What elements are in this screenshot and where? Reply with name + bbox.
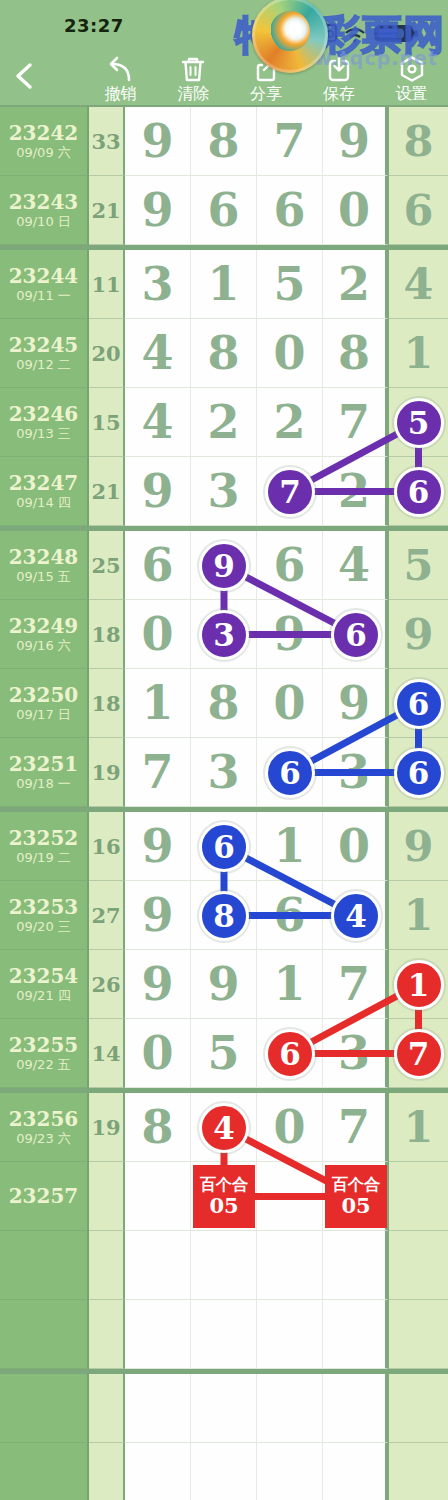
- save-label: 保存: [323, 85, 355, 103]
- mark-circle[interactable]: 4: [331, 891, 381, 941]
- issue-cell: [0, 1374, 89, 1443]
- mark-circle[interactable]: 6: [394, 679, 444, 729]
- table-row: 2324709/14 四21932: [0, 457, 448, 526]
- issue-cell: [0, 1231, 89, 1300]
- mark-circle[interactable]: 4: [199, 1103, 249, 1153]
- digit-cell-d1[interactable]: 9: [125, 457, 191, 526]
- digit-cell-d1[interactable]: 9: [125, 176, 191, 245]
- settings-label: 设置: [396, 85, 428, 103]
- table-row: 2324309/10 日2196606: [0, 176, 448, 245]
- issue-number: 23249: [9, 616, 79, 637]
- digit-cell-d4[interactable]: 7: [323, 388, 389, 457]
- sum-cell: 21: [89, 457, 125, 526]
- issue-cell: 2325209/19 二: [0, 812, 89, 881]
- issue-cell: 23257: [0, 1162, 89, 1231]
- undo-button[interactable]: 撤销: [104, 55, 136, 103]
- table-row: 2325509/22 五14053: [0, 1019, 448, 1088]
- annotation-label: 百个合: [332, 1176, 380, 1194]
- issue-cell: 2324209/09 六: [0, 107, 89, 176]
- issue-number: 23256: [9, 1109, 79, 1130]
- sum-cell: 27: [89, 881, 125, 950]
- table-row: 2324409/11 一1131524: [0, 250, 448, 319]
- draw-date: 09/10 日: [16, 215, 71, 229]
- digit-cell-d1[interactable]: 9: [125, 812, 191, 881]
- draw-date: 09/17 日: [16, 708, 71, 722]
- mark-circle[interactable]: 6: [199, 822, 249, 872]
- mark-circle[interactable]: 6: [394, 748, 444, 798]
- table-row: 2325109/18 一19733: [0, 738, 448, 807]
- mark-circle[interactable]: 8: [199, 891, 249, 941]
- digit-cell-d2[interactable]: 8: [191, 319, 257, 388]
- digit-cell-d3[interactable]: [257, 1162, 323, 1231]
- sum-cell: [89, 1374, 125, 1443]
- issue-cell: 2325009/17 日: [0, 669, 89, 738]
- battery-icon: [374, 25, 418, 42]
- mark-circle[interactable]: 9: [199, 541, 249, 591]
- digit-cell-d1[interactable]: 4: [125, 319, 191, 388]
- digit-cell-d2[interactable]: 3: [191, 457, 257, 526]
- issue-cell: [0, 1300, 89, 1369]
- digit-cell-last[interactable]: [389, 1162, 448, 1231]
- draw-date: 09/15 五: [16, 570, 71, 584]
- digit-cell-last[interactable]: [389, 1300, 448, 1369]
- digit-cell-d1[interactable]: 6: [125, 531, 191, 600]
- clear-label: 清除: [177, 85, 209, 103]
- issue-number: 23251: [9, 754, 79, 775]
- share-icon: [251, 55, 281, 83]
- draw-date: 09/21 四: [16, 989, 71, 1003]
- wifi-dot: [353, 39, 356, 42]
- save-button[interactable]: 保存: [323, 55, 355, 103]
- table-row: 2324209/09 六3398798: [0, 107, 448, 176]
- sum-cell: 19: [89, 738, 125, 807]
- mark-circle[interactable]: 1: [394, 960, 444, 1010]
- mark-circle[interactable]: 6: [394, 467, 444, 517]
- digit-cell-d3[interactable]: 5: [257, 250, 323, 319]
- draw-date: 09/20 三: [16, 920, 71, 934]
- mark-circle[interactable]: 7: [265, 467, 315, 517]
- digit-cell-d4[interactable]: 7: [323, 1093, 389, 1162]
- digit-cell-d3[interactable]: 6: [257, 531, 323, 600]
- digit-cell-d2[interactable]: [191, 1300, 257, 1369]
- digit-cell-d4[interactable]: 3: [323, 1019, 389, 1088]
- status-bar: 23:27 HD 特区彩票网 www.tqcp.net: [0, 0, 448, 52]
- digit-cell-d4[interactable]: 3: [323, 738, 389, 807]
- sum-cell: 33: [89, 107, 125, 176]
- back-chevron-icon: [10, 59, 40, 93]
- digit-cell-d4[interactable]: 2: [323, 457, 389, 526]
- issue-cell: 2324609/13 三: [0, 388, 89, 457]
- digit-cell-last[interactable]: 9: [389, 600, 448, 669]
- digit-cell-d2[interactable]: 3: [191, 738, 257, 807]
- mark-circle[interactable]: 6: [265, 1029, 315, 1079]
- draw-date: 09/12 二: [16, 358, 71, 372]
- issue-number: 23252: [9, 828, 79, 849]
- annotation-box[interactable]: 百个合05: [193, 1165, 255, 1228]
- sum-cell: 25: [89, 531, 125, 600]
- mark-circle[interactable]: 7: [394, 1029, 444, 1079]
- digit-cell-d1[interactable]: [125, 1300, 191, 1369]
- digit-cell-d3[interactable]: [257, 1300, 323, 1369]
- issue-number: 23254: [9, 966, 79, 987]
- draw-date: 09/22 五: [16, 1058, 71, 1072]
- table-row: 2324609/13 三154227: [0, 388, 448, 457]
- mark-circle[interactable]: 3: [199, 610, 249, 660]
- trend-table: 2324209/09 六33987982324309/10 日219660623…: [0, 105, 448, 1500]
- table-row: 2325409/21 四269917: [0, 950, 448, 1019]
- digit-cell-d2[interactable]: 6: [191, 176, 257, 245]
- digit-cell-d1[interactable]: [125, 1443, 191, 1500]
- digit-cell-d1[interactable]: 4: [125, 388, 191, 457]
- digit-cell-d4[interactable]: 2: [323, 250, 389, 319]
- digit-cell-last[interactable]: 9: [389, 812, 448, 881]
- hd-label: HD: [318, 29, 335, 40]
- undo-label: 撤销: [104, 85, 136, 103]
- digit-cell-d2[interactable]: 8: [191, 107, 257, 176]
- digit-cell-d3[interactable]: 2: [257, 388, 323, 457]
- sum-cell: 20: [89, 319, 125, 388]
- digit-cell-d4[interactable]: [323, 1443, 389, 1500]
- digit-cell-d1[interactable]: 1: [125, 669, 191, 738]
- digit-cell-d2[interactable]: 2: [191, 388, 257, 457]
- digit-cell-d1[interactable]: [125, 1231, 191, 1300]
- digit-cell-d4[interactable]: 9: [323, 669, 389, 738]
- issue-cell: 2324709/14 四: [0, 457, 89, 526]
- digit-cell-d4[interactable]: [323, 1300, 389, 1369]
- trash-icon: [178, 55, 208, 83]
- draw-date: 09/14 四: [16, 496, 71, 510]
- digit-cell-last[interactable]: 5: [389, 531, 448, 600]
- sum-cell: 15: [89, 388, 125, 457]
- issue-number: 23255: [9, 1035, 79, 1056]
- annotation-value: 05: [209, 1194, 238, 1217]
- table-rows: 2324209/09 六33987982324309/10 日219660623…: [0, 107, 448, 1500]
- digit-cell-d4[interactable]: [323, 1374, 389, 1443]
- digit-cell-d1[interactable]: 9: [125, 950, 191, 1019]
- digit-cell-d3[interactable]: 1: [257, 812, 323, 881]
- digit-cell-d3[interactable]: 0: [257, 1093, 323, 1162]
- draw-date: 09/11 一: [16, 289, 71, 303]
- undo-icon: [104, 55, 136, 83]
- sum-cell: 11: [89, 250, 125, 319]
- digit-cell-last[interactable]: [389, 1231, 448, 1300]
- draw-date: 09/13 三: [16, 427, 71, 441]
- draw-date: 09/16 六: [16, 639, 71, 653]
- issue-cell: 2325309/20 三: [0, 881, 89, 950]
- issue-cell: [0, 1443, 89, 1500]
- digit-cell-d1[interactable]: 7: [125, 738, 191, 807]
- sum-cell: 18: [89, 669, 125, 738]
- digit-cell-d3[interactable]: [257, 1443, 323, 1500]
- mark-circle[interactable]: 6: [331, 610, 381, 660]
- digit-cell-d4[interactable]: 7: [323, 950, 389, 1019]
- sum-cell: 19: [89, 1093, 125, 1162]
- issue-cell: 2325409/21 四: [0, 950, 89, 1019]
- digit-cell-d2[interactable]: 8: [191, 669, 257, 738]
- sum-cell: 16: [89, 812, 125, 881]
- digit-cell-d3[interactable]: 6: [257, 881, 323, 950]
- draw-date: 09/19 二: [16, 851, 71, 865]
- settings-button[interactable]: 设置: [396, 55, 428, 103]
- digit-cell-d1[interactable]: 3: [125, 250, 191, 319]
- clock: 23:27: [64, 15, 124, 36]
- digit-cell-d3[interactable]: 7: [257, 107, 323, 176]
- issue-cell: 2325609/23 六: [0, 1093, 89, 1162]
- issue-cell: 2325109/18 一: [0, 738, 89, 807]
- sum-cell: 26: [89, 950, 125, 1019]
- digit-cell-d3[interactable]: 9: [257, 600, 323, 669]
- draw-date: 09/18 一: [16, 777, 71, 791]
- toolbar-actions: 撤销 清除 分享 保存: [84, 55, 448, 103]
- digit-cell-d1[interactable]: [125, 1374, 191, 1443]
- digit-cell-last[interactable]: 1: [389, 319, 448, 388]
- issue-number: 23245: [9, 335, 79, 356]
- digit-cell-d1[interactable]: 9: [125, 107, 191, 176]
- toolbar: 撤销 清除 分享 保存: [0, 52, 448, 105]
- mark-circle[interactable]: 6: [265, 748, 315, 798]
- digit-cell-d1[interactable]: 0: [125, 1019, 191, 1088]
- digit-cell-d2[interactable]: [191, 1231, 257, 1300]
- digit-cell-d2[interactable]: 5: [191, 1019, 257, 1088]
- digit-cell-last[interactable]: [389, 1374, 448, 1443]
- digit-cell-d2[interactable]: 9: [191, 950, 257, 1019]
- draw-date: 09/09 六: [16, 146, 71, 160]
- digit-cell-last[interactable]: 4: [389, 250, 448, 319]
- sum-cell: [89, 1300, 125, 1369]
- digit-cell-d2[interactable]: [191, 1374, 257, 1443]
- digit-cell-d1[interactable]: 8: [125, 1093, 191, 1162]
- wifi-icon: [346, 29, 364, 37]
- issue-number: 23243: [9, 192, 79, 213]
- digit-cell-d3[interactable]: 0: [257, 669, 323, 738]
- issue-number: 23250: [9, 685, 79, 706]
- back-button[interactable]: [10, 56, 44, 96]
- digit-cell-last[interactable]: 1: [389, 1093, 448, 1162]
- digit-cell-last[interactable]: [389, 1443, 448, 1500]
- issue-number: 23247: [9, 473, 79, 494]
- digit-cell-last[interactable]: 1: [389, 881, 448, 950]
- sum-cell: 14: [89, 1019, 125, 1088]
- issue-cell: 2324509/12 二: [0, 319, 89, 388]
- issue-cell: 2325509/22 五: [0, 1019, 89, 1088]
- issue-cell: 2324309/10 日: [0, 176, 89, 245]
- digit-cell-d4[interactable]: [323, 1231, 389, 1300]
- digit-cell-d1[interactable]: 9: [125, 881, 191, 950]
- digit-cell-d4[interactable]: 8: [323, 319, 389, 388]
- issue-number: 23257: [9, 1186, 79, 1207]
- issue-cell: 2324409/11 一: [0, 250, 89, 319]
- digit-cell-d3[interactable]: [257, 1374, 323, 1443]
- table-row: [0, 1443, 448, 1500]
- digit-cell-d2[interactable]: [191, 1443, 257, 1500]
- sum-cell: 18: [89, 600, 125, 669]
- issue-cell: 2324809/15 五: [0, 531, 89, 600]
- digit-cell-d1[interactable]: 0: [125, 600, 191, 669]
- digit-cell-last[interactable]: 8: [389, 107, 448, 176]
- issue-number: 23244: [9, 266, 79, 287]
- table-row: [0, 1231, 448, 1300]
- table-row: 2324509/12 二2048081: [0, 319, 448, 388]
- settings-icon: [397, 55, 427, 83]
- draw-date: 09/23 六: [16, 1132, 71, 1146]
- digit-cell-d3[interactable]: 6: [257, 176, 323, 245]
- table-row: [0, 1374, 448, 1443]
- issue-cell: 2324909/16 六: [0, 600, 89, 669]
- sum-cell: [89, 1231, 125, 1300]
- annotation-label: 百个合: [200, 1176, 248, 1194]
- mark-circle[interactable]: 5: [394, 398, 444, 448]
- issue-number: 23248: [9, 547, 79, 568]
- digit-cell-last[interactable]: 6: [389, 176, 448, 245]
- share-button[interactable]: 分享: [250, 55, 282, 103]
- share-label: 分享: [250, 85, 282, 103]
- table-row: [0, 1300, 448, 1369]
- annotation-box[interactable]: 百个合05: [325, 1165, 387, 1228]
- nfc-icon: [296, 26, 305, 40]
- save-icon: [324, 55, 354, 83]
- digit-cell-d3[interactable]: 0: [257, 319, 323, 388]
- digit-cell-d4[interactable]: 9: [323, 107, 389, 176]
- digit-cell-d3[interactable]: [257, 1231, 323, 1300]
- sum-cell: [89, 1443, 125, 1500]
- digit-cell-d3[interactable]: 1: [257, 950, 323, 1019]
- table-row: 2325009/17 日181809: [0, 669, 448, 738]
- sum-cell: [89, 1162, 125, 1231]
- clear-button[interactable]: 清除: [177, 55, 209, 103]
- digit-cell-d1[interactable]: [125, 1162, 191, 1231]
- issue-number: 23242: [9, 123, 79, 144]
- annotation-value: 05: [341, 1194, 370, 1217]
- issue-number: 23246: [9, 404, 79, 425]
- digit-cell-d2[interactable]: 1: [191, 250, 257, 319]
- status-icons: HD: [292, 20, 442, 46]
- digit-cell-d4[interactable]: 0: [323, 812, 389, 881]
- digit-cell-d4[interactable]: 4: [323, 531, 389, 600]
- sum-cell: 21: [89, 176, 125, 245]
- issue-number: 23253: [9, 897, 79, 918]
- digit-cell-d4[interactable]: 0: [323, 176, 389, 245]
